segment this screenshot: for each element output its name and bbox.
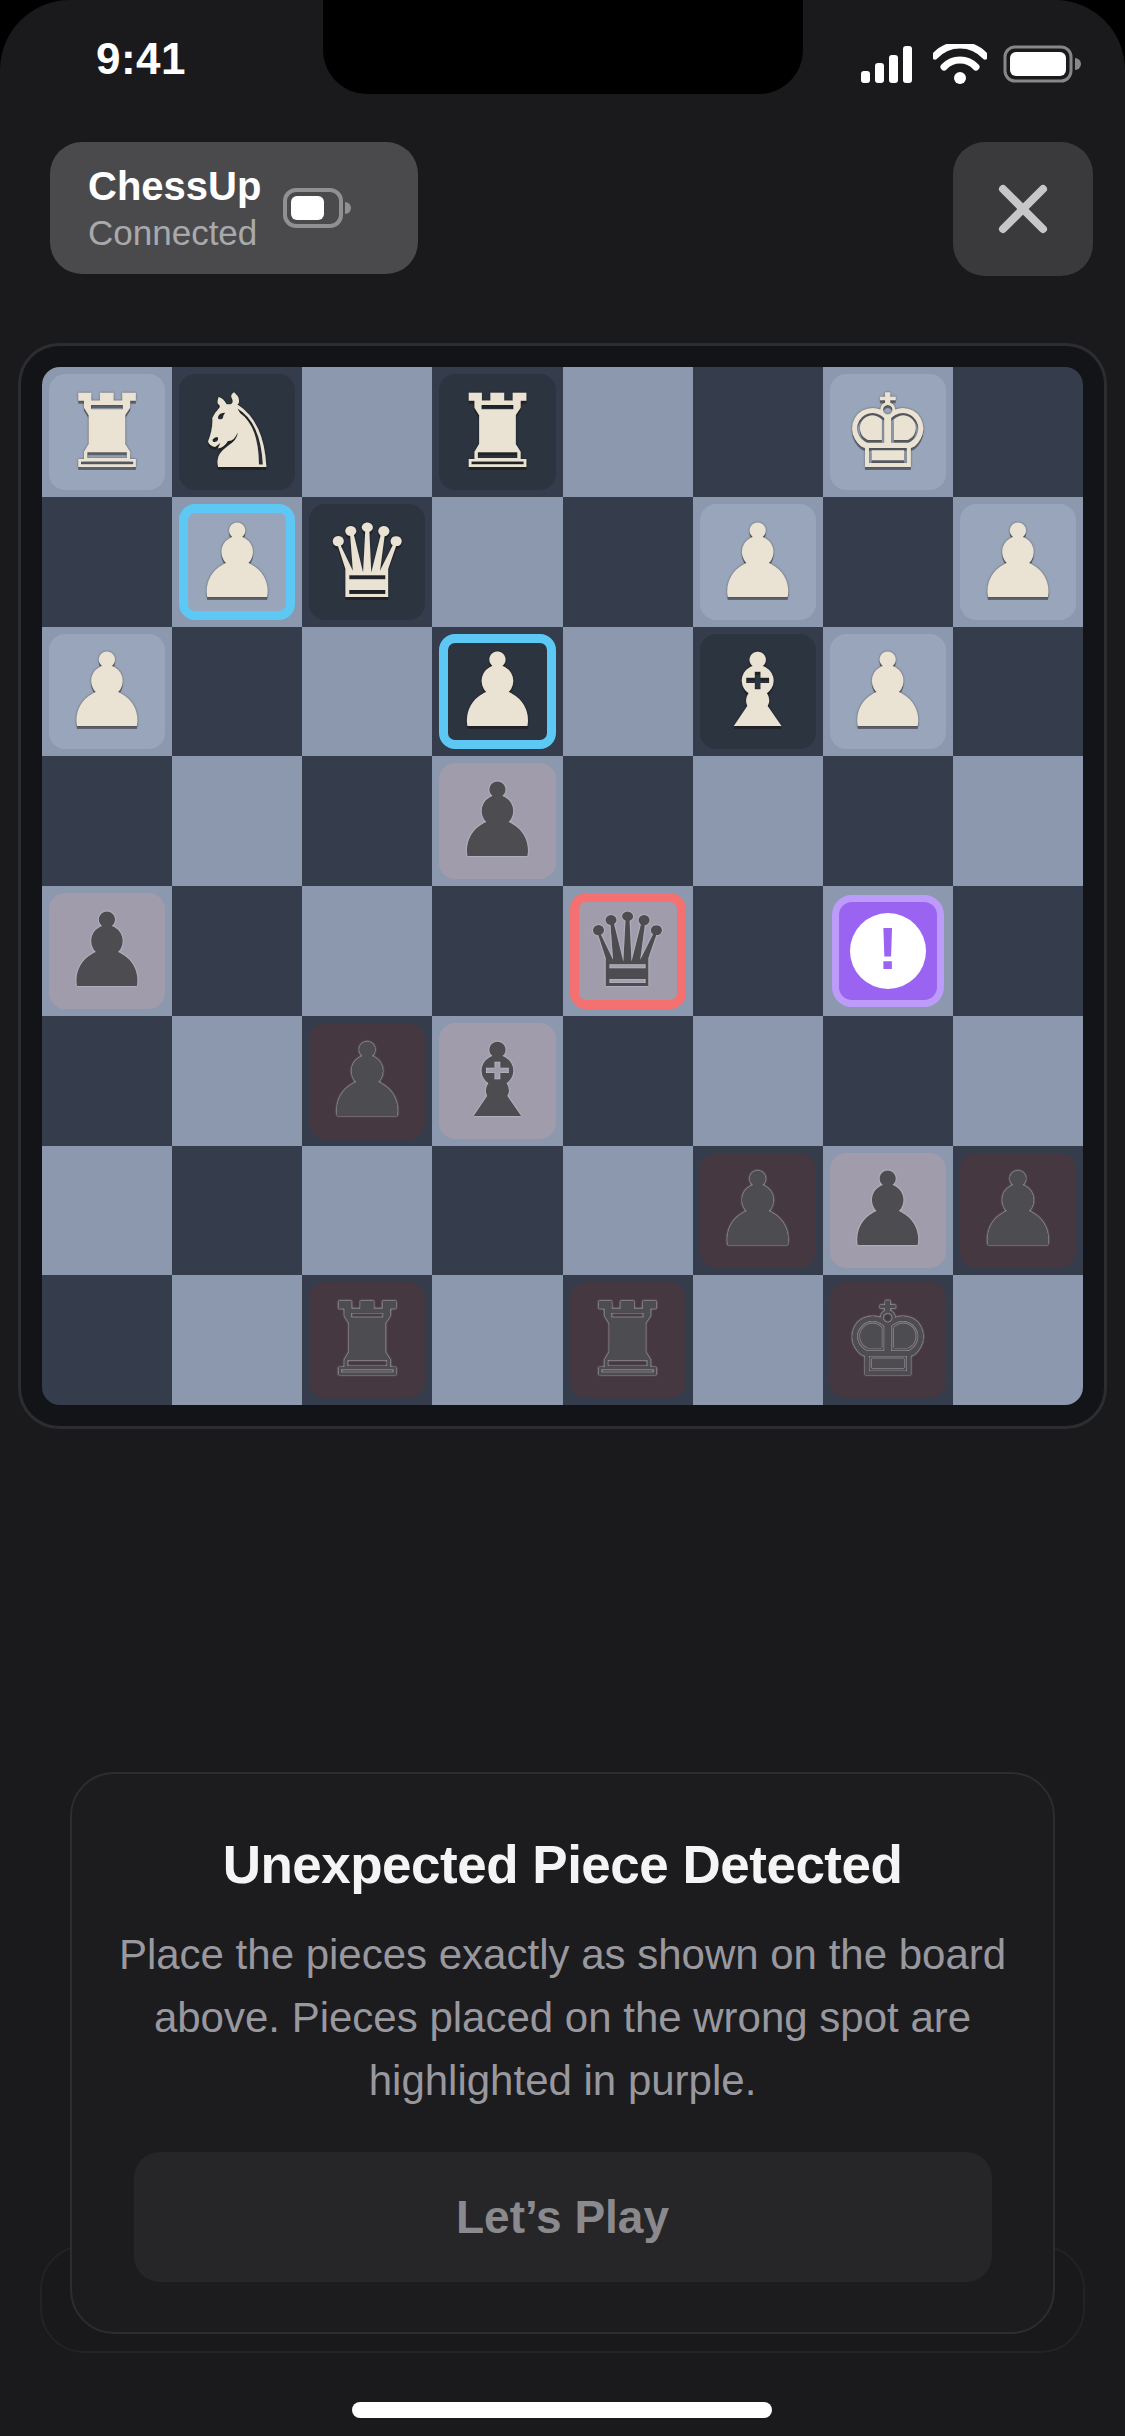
piece-white-pawn: ♟ (972, 511, 1063, 613)
square-h5: ♟ (42, 886, 172, 1016)
piece-tile: ♟ (700, 504, 816, 620)
piece-tile: ♞ (179, 374, 295, 490)
piece-tile: ♝ (439, 1023, 555, 1139)
square-a8 (953, 1275, 1083, 1405)
device-name: ChessUp (88, 164, 261, 209)
square-d6 (563, 1016, 693, 1146)
piece-white-bishop: ♝ (712, 640, 803, 742)
square-h8 (42, 1275, 172, 1405)
square-c6 (693, 1016, 823, 1146)
square-b7: ♟ (823, 1146, 953, 1276)
square-f6: ♟ (302, 1016, 432, 1146)
square-g6 (172, 1016, 302, 1146)
square-b4 (823, 756, 953, 886)
close-button[interactable] (953, 142, 1093, 276)
square-g1: ♞ (172, 367, 302, 497)
piece-white-pawn: ♟ (842, 640, 933, 742)
app-screen: 9:41 ChessUp Connected (0, 0, 1125, 2436)
square-g8 (172, 1275, 302, 1405)
battery-icon (1003, 44, 1083, 84)
square-d4 (563, 756, 693, 886)
piece-tile: ♜ (570, 1282, 686, 1398)
square-h3: ♟ (42, 627, 172, 757)
square-a1 (953, 367, 1083, 497)
square-h1: ♜ (42, 367, 172, 497)
square-b6 (823, 1016, 953, 1146)
chess-board-frame: ♜♞♜♚♟♛♟♟♟♟♝♟♟♟♛!♟♝♟♟♟♜♜♚ (21, 346, 1104, 1426)
piece-black-bishop: ♝ (452, 1030, 543, 1132)
exclamation-icon: ! (850, 913, 926, 989)
piece-tile: ♚ (830, 1282, 946, 1398)
square-b5: ! (823, 886, 953, 1016)
piece-white-pawn: ♟ (712, 511, 803, 613)
square-c5 (693, 886, 823, 1016)
piece-white-rook: ♜ (61, 381, 152, 483)
modal-body: Place the pieces exactly as shown on the… (110, 1923, 1015, 2112)
piece-tile: ♟ (439, 763, 555, 879)
piece-black-rook: ♜ (582, 1289, 673, 1391)
square-f8: ♜ (302, 1275, 432, 1405)
piece-tile: ♟ (309, 1023, 425, 1139)
piece-tile: ♚ (830, 374, 946, 490)
piece-tile: ♟ (179, 504, 295, 620)
square-d2 (563, 497, 693, 627)
square-e6: ♝ (432, 1016, 562, 1146)
piece-white-rook: ♜ (452, 381, 543, 483)
piece-white-knight: ♞ (191, 381, 282, 483)
piece-white-pawn: ♟ (191, 511, 282, 613)
cellular-signal-icon (861, 45, 917, 83)
square-h2 (42, 497, 172, 627)
piece-white-pawn: ♟ (452, 640, 543, 742)
square-c3: ♝ (693, 627, 823, 757)
square-c1 (693, 367, 823, 497)
square-f1 (302, 367, 432, 497)
square-c8 (693, 1275, 823, 1405)
square-b1: ♚ (823, 367, 953, 497)
status-icons (861, 44, 1083, 84)
unexpected-piece-marker: ! (832, 895, 944, 1007)
square-c7: ♟ (693, 1146, 823, 1276)
piece-black-rook: ♜ (322, 1289, 413, 1391)
piece-tile: ♜ (309, 1282, 425, 1398)
square-a6 (953, 1016, 1083, 1146)
piece-black-queen: ♛ (582, 900, 673, 1002)
unexpected-piece-modal: Unexpected Piece Detected Place the piec… (70, 1772, 1055, 2334)
square-f4 (302, 756, 432, 886)
square-g2: ♟ (172, 497, 302, 627)
square-b3: ♟ (823, 627, 953, 757)
square-e3: ♟ (432, 627, 562, 757)
square-a3 (953, 627, 1083, 757)
device-battery-icon (283, 186, 353, 230)
piece-black-king: ♚ (842, 1289, 933, 1391)
square-e4: ♟ (432, 756, 562, 886)
piece-black-pawn: ♟ (61, 900, 152, 1002)
square-d8: ♜ (563, 1275, 693, 1405)
status-time: 9:41 (96, 34, 186, 84)
square-f7 (302, 1146, 432, 1276)
piece-black-pawn: ♟ (972, 1159, 1063, 1261)
home-indicator[interactable] (352, 2402, 772, 2418)
piece-black-pawn: ♟ (842, 1159, 933, 1261)
close-icon (991, 177, 1055, 241)
square-e1: ♜ (432, 367, 562, 497)
square-f5 (302, 886, 432, 1016)
square-c4 (693, 756, 823, 886)
square-d3 (563, 627, 693, 757)
piece-tile: ♛ (570, 893, 686, 1009)
square-e5 (432, 886, 562, 1016)
piece-black-pawn: ♟ (322, 1030, 413, 1132)
piece-tile: ♟ (700, 1153, 816, 1269)
device-pill[interactable]: ChessUp Connected (50, 142, 418, 274)
wifi-icon (933, 44, 987, 84)
piece-white-pawn: ♟ (61, 640, 152, 742)
piece-tile: ♟ (439, 634, 555, 750)
piece-tile: ♟ (960, 1153, 1076, 1269)
square-a2: ♟ (953, 497, 1083, 627)
piece-tile: ♜ (439, 374, 555, 490)
piece-tile: ♟ (830, 1153, 946, 1269)
square-g5 (172, 886, 302, 1016)
square-d5: ♛ (563, 886, 693, 1016)
square-e7 (432, 1146, 562, 1276)
piece-white-queen: ♛ (322, 511, 413, 613)
square-a4 (953, 756, 1083, 886)
square-f3 (302, 627, 432, 757)
device-info: ChessUp Connected (88, 164, 261, 252)
piece-white-king: ♚ (842, 381, 933, 483)
square-g7 (172, 1146, 302, 1276)
piece-tile: ♟ (49, 893, 165, 1009)
square-b8: ♚ (823, 1275, 953, 1405)
modal-title: Unexpected Piece Detected (223, 1834, 903, 1895)
connection-status: Connected (88, 213, 261, 252)
piece-black-pawn: ♟ (712, 1159, 803, 1261)
piece-tile: ♟ (830, 634, 946, 750)
piece-black-pawn: ♟ (452, 770, 543, 872)
exclamation-glyph: ! (878, 919, 898, 979)
square-f2: ♛ (302, 497, 432, 627)
chess-board: ♜♞♜♚♟♛♟♟♟♟♝♟♟♟♛!♟♝♟♟♟♜♜♚ (42, 367, 1083, 1405)
square-g3 (172, 627, 302, 757)
square-c2: ♟ (693, 497, 823, 627)
piece-tile: ♛ (309, 504, 425, 620)
notch (323, 0, 803, 94)
square-h6 (42, 1016, 172, 1146)
square-e8 (432, 1275, 562, 1405)
square-b2 (823, 497, 953, 627)
piece-tile: ♝ (700, 634, 816, 750)
piece-tile: ♟ (960, 504, 1076, 620)
square-d7 (563, 1146, 693, 1276)
lets-play-button[interactable]: Let’s Play (134, 2152, 992, 2282)
piece-tile: ♟ (49, 634, 165, 750)
square-e2 (432, 497, 562, 627)
square-g4 (172, 756, 302, 886)
square-h7 (42, 1146, 172, 1276)
square-a5 (953, 886, 1083, 1016)
square-a7: ♟ (953, 1146, 1083, 1276)
square-h4 (42, 756, 172, 886)
square-d1 (563, 367, 693, 497)
piece-tile: ♜ (49, 374, 165, 490)
